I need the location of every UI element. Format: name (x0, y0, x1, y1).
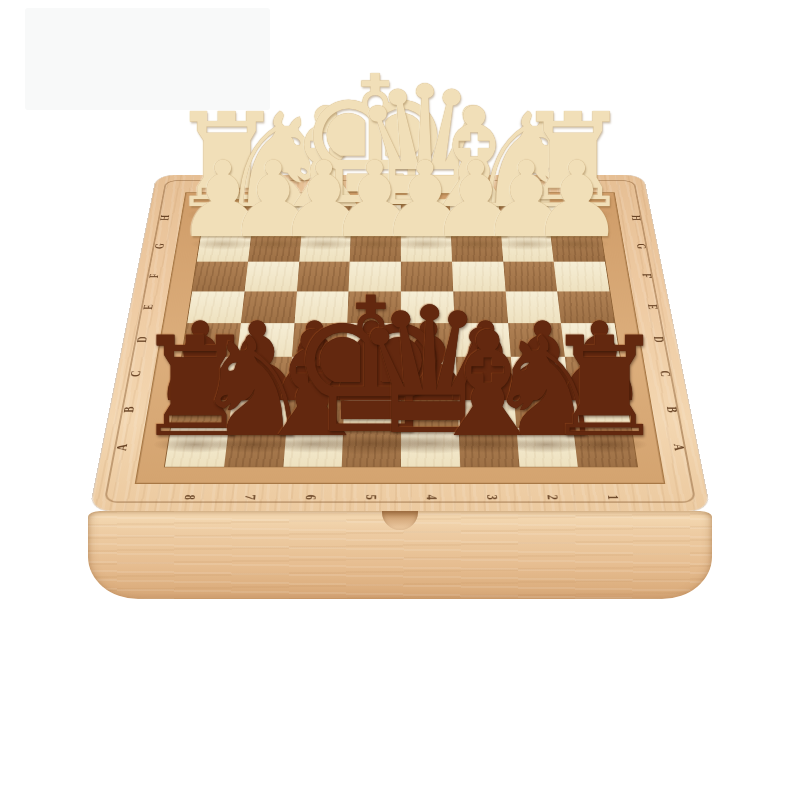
square-6C (289, 357, 346, 392)
square-7B (228, 391, 288, 428)
square-7G (248, 232, 301, 261)
square-3B (457, 391, 516, 428)
square-6D (291, 323, 347, 356)
square-1A (573, 428, 637, 467)
square-5G (350, 232, 401, 261)
square-1C (565, 357, 625, 392)
square-1D (561, 323, 620, 356)
rank-label-left-B: B (120, 406, 137, 412)
file-label-front-5: 5 (361, 495, 378, 500)
file-label-front-4: 4 (422, 495, 439, 500)
square-4G (401, 232, 452, 261)
rank-label-right-C: C (656, 370, 673, 376)
square-4H (401, 205, 451, 233)
rank-label-left-D: D (134, 336, 150, 342)
square-2F (503, 261, 558, 291)
square-5A (342, 428, 401, 467)
square-6B (286, 391, 345, 428)
square-5H (351, 205, 401, 233)
square-4A (401, 428, 460, 467)
file-label-front-2: 2 (542, 495, 559, 500)
rank-label-right-H: H (628, 215, 643, 220)
square-3G (451, 232, 503, 261)
square-5E (347, 292, 400, 324)
checkerboard (164, 204, 638, 467)
square-5F (349, 261, 401, 291)
square-4F (401, 261, 453, 291)
file-label-front-8: 8 (180, 495, 198, 500)
rank-label-left-G: G (152, 243, 167, 249)
rank-label-left-H: H (157, 215, 172, 220)
rank-label-right-G: G (633, 243, 648, 249)
watermark-box (25, 8, 270, 110)
rank-label-right-E: E (644, 304, 660, 309)
square-2E (505, 292, 561, 324)
square-1F (554, 261, 610, 291)
square-3C (456, 357, 513, 392)
square-3E (453, 292, 508, 324)
box-front-face (88, 511, 712, 599)
square-7A (224, 428, 286, 467)
square-6A (283, 428, 344, 467)
square-7D (237, 323, 294, 356)
rank-label-left-E: E (140, 304, 156, 309)
square-4E (401, 292, 454, 324)
square-3D (454, 323, 510, 356)
file-label-front-6: 6 (301, 495, 318, 500)
square-4B (401, 391, 459, 428)
square-8B (171, 391, 233, 428)
square-1E (557, 292, 614, 324)
square-4D (401, 323, 456, 356)
square-7E (241, 292, 297, 324)
board-top-surface: HHGGFFEEDDCCBBAA87654321 (90, 175, 710, 511)
rank-label-right-B: B (663, 406, 680, 412)
square-2B (513, 391, 573, 428)
square-3F (452, 261, 505, 291)
square-2G (501, 232, 554, 261)
rank-label-left-F: F (146, 273, 161, 278)
square-8E (187, 292, 244, 324)
square-3A (458, 428, 519, 467)
square-7H (251, 205, 303, 233)
rank-label-right-F: F (638, 273, 653, 278)
square-8G (197, 232, 251, 261)
square-6F (297, 261, 350, 291)
square-8C (177, 357, 237, 392)
square-2D (508, 323, 565, 356)
square-5C (345, 357, 401, 392)
square-8H (201, 205, 254, 233)
square-3H (450, 205, 501, 233)
square-5D (346, 323, 401, 356)
product-photo-scene: HHGGFFEEDDCCBBAA87654321 ♜♞♝♚♛♝♞♜♟♟♟♟♟♟♟… (0, 0, 800, 800)
square-8D (182, 323, 241, 356)
square-4C (401, 357, 457, 392)
rank-label-right-D: D (650, 336, 666, 342)
rank-label-right-A: A (669, 444, 687, 451)
square-2A (516, 428, 578, 467)
square-1B (569, 391, 631, 428)
square-2H (498, 205, 550, 233)
file-label-front-7: 7 (240, 495, 257, 500)
board-inner-border (135, 192, 666, 483)
rank-label-left-A: A (113, 444, 131, 451)
square-2C (510, 357, 569, 392)
square-6E (294, 292, 349, 324)
square-6H (301, 205, 352, 233)
square-7F (244, 261, 299, 291)
square-8A (165, 428, 229, 467)
square-1H (547, 205, 600, 233)
square-5B (343, 391, 401, 428)
square-1G (550, 232, 604, 261)
file-label-front-1: 1 (603, 495, 621, 500)
square-6G (299, 232, 351, 261)
square-8F (192, 261, 248, 291)
square-7C (233, 357, 292, 392)
file-label-front-3: 3 (482, 495, 499, 500)
rank-label-left-C: C (127, 370, 144, 376)
drawer-notch (382, 511, 418, 530)
